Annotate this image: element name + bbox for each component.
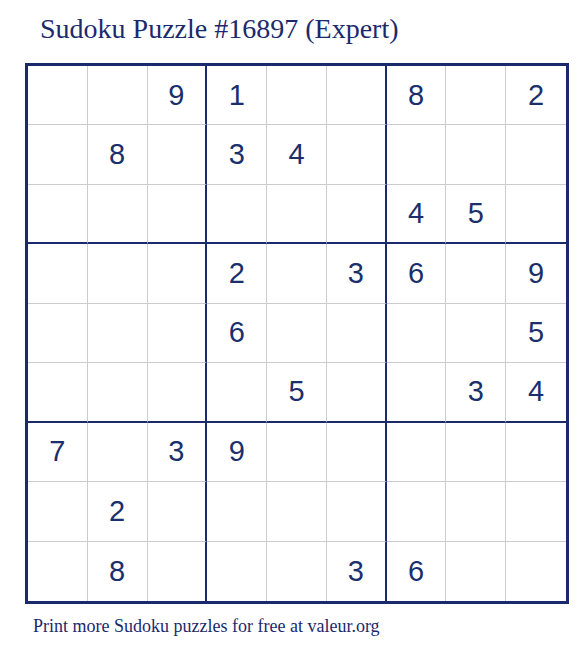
sudoku-cell	[446, 423, 506, 482]
sudoku-cell	[148, 542, 208, 601]
sudoku-cell	[506, 542, 566, 601]
sudoku-cell	[267, 304, 327, 363]
sudoku-cell	[28, 363, 88, 422]
sudoku-cell	[148, 185, 208, 244]
sudoku-cell	[506, 125, 566, 184]
sudoku-cell	[88, 423, 148, 482]
sudoku-cell	[148, 363, 208, 422]
sudoku-cell	[148, 244, 208, 303]
sudoku-cell	[387, 125, 447, 184]
sudoku-cell	[88, 244, 148, 303]
sudoku-cell	[207, 542, 267, 601]
sudoku-cell	[387, 363, 447, 422]
footer-text: Print more Sudoku puzzles for free at va…	[33, 616, 380, 637]
sudoku-cell	[387, 423, 447, 482]
sudoku-cell: 4	[387, 185, 447, 244]
sudoku-cell	[327, 304, 387, 363]
sudoku-cell	[207, 482, 267, 541]
sudoku-cell: 5	[267, 363, 327, 422]
sudoku-cell: 3	[327, 244, 387, 303]
sudoku-cell	[28, 482, 88, 541]
sudoku-cell	[267, 185, 327, 244]
sudoku-cell: 2	[207, 244, 267, 303]
sudoku-cell	[28, 244, 88, 303]
sudoku-cell	[28, 185, 88, 244]
sudoku-cell	[267, 244, 327, 303]
sudoku-cell	[327, 482, 387, 541]
sudoku-cell: 6	[387, 542, 447, 601]
sudoku-cell	[148, 482, 208, 541]
sudoku-cell: 1	[207, 66, 267, 125]
sudoku-cell	[446, 542, 506, 601]
sudoku-cell: 2	[506, 66, 566, 125]
puzzle-title: Sudoku Puzzle #16897 (Expert)	[40, 13, 399, 45]
sudoku-cell	[387, 304, 447, 363]
sudoku-cell	[28, 542, 88, 601]
sudoku-cell: 5	[446, 185, 506, 244]
sudoku-cell	[446, 482, 506, 541]
sudoku-cell: 9	[148, 66, 208, 125]
sudoku-cell	[267, 66, 327, 125]
sudoku-cell: 4	[267, 125, 327, 184]
sudoku-cell	[267, 482, 327, 541]
sudoku-cell: 9	[506, 244, 566, 303]
sudoku-cell: 3	[148, 423, 208, 482]
sudoku-cell: 3	[446, 363, 506, 422]
sudoku-cell: 6	[387, 244, 447, 303]
sudoku-cell: 4	[506, 363, 566, 422]
sudoku-cell	[28, 304, 88, 363]
sudoku-cell: 8	[387, 66, 447, 125]
sudoku-cell	[267, 542, 327, 601]
sudoku-cell	[506, 482, 566, 541]
sudoku-cell: 6	[207, 304, 267, 363]
sudoku-cell	[267, 423, 327, 482]
sudoku-cell	[148, 125, 208, 184]
sudoku-cell	[506, 185, 566, 244]
sudoku-grid: 9182834452369655347392836	[25, 63, 569, 604]
sudoku-cell	[327, 66, 387, 125]
sudoku-cell	[387, 482, 447, 541]
sudoku-cell: 2	[88, 482, 148, 541]
sudoku-cell	[88, 66, 148, 125]
sudoku-cell	[88, 363, 148, 422]
sudoku-cell	[88, 185, 148, 244]
sudoku-cell: 3	[207, 125, 267, 184]
sudoku-cell	[207, 363, 267, 422]
sudoku-cell	[327, 423, 387, 482]
sudoku-cell	[28, 66, 88, 125]
page: { "game": "sudoku", "title": "Sudoku Puz…	[0, 0, 580, 651]
sudoku-cell	[506, 423, 566, 482]
sudoku-cell	[207, 185, 267, 244]
sudoku-cell	[327, 185, 387, 244]
sudoku-cell	[327, 363, 387, 422]
sudoku-cell	[446, 304, 506, 363]
sudoku-cell	[327, 125, 387, 184]
sudoku-cell: 5	[506, 304, 566, 363]
sudoku-cell	[446, 66, 506, 125]
sudoku-cell	[446, 244, 506, 303]
sudoku-cell: 8	[88, 125, 148, 184]
sudoku-cell: 3	[327, 542, 387, 601]
sudoku-cell	[28, 125, 88, 184]
sudoku-cell	[446, 125, 506, 184]
sudoku-cell: 7	[28, 423, 88, 482]
sudoku-cell	[88, 304, 148, 363]
sudoku-cell: 8	[88, 542, 148, 601]
sudoku-cell	[148, 304, 208, 363]
sudoku-cell: 9	[207, 423, 267, 482]
